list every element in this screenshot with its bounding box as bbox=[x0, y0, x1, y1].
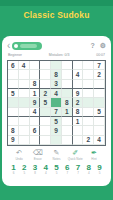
cell-r4c9[interactable] bbox=[94, 89, 105, 98]
numpad-key-5[interactable]: 55 bbox=[52, 163, 61, 176]
cell-r5c9[interactable] bbox=[94, 98, 105, 107]
cell-r3c1[interactable] bbox=[8, 80, 19, 89]
timer-label: 00:07 bbox=[96, 53, 105, 59]
number-pad: 162538445567778495 bbox=[2, 161, 111, 176]
cell-r8c2[interactable] bbox=[19, 126, 30, 135]
cell-r8c5[interactable]: 9 bbox=[51, 126, 62, 135]
status-bar bbox=[0, 0, 113, 6]
numpad-remaining-count: 8 bbox=[34, 172, 36, 176]
cell-r2c3[interactable] bbox=[30, 70, 41, 79]
difficulty-label: Beginner bbox=[8, 53, 22, 59]
undo-label: Undo bbox=[15, 157, 22, 161]
numpad-remaining-count: 5 bbox=[23, 172, 25, 176]
cell-r7c7[interactable]: 1 bbox=[73, 117, 84, 126]
game-info-row: Beginner Mistakes: 0/3 00:07 bbox=[2, 51, 111, 59]
toolbar: ↶Undo⌫Erase✎Notes✐Quick Note✒Hint bbox=[2, 146, 111, 161]
cell-r4c8[interactable] bbox=[83, 89, 94, 98]
cell-r6c2[interactable] bbox=[19, 108, 30, 117]
cell-r7c8[interactable] bbox=[83, 117, 94, 126]
numpad-key-7[interactable]: 77 bbox=[74, 163, 83, 176]
notes-button[interactable]: ✎Notes bbox=[49, 149, 65, 161]
cell-r7c4[interactable] bbox=[40, 117, 51, 126]
cell-r3c8[interactable] bbox=[83, 80, 94, 89]
cell-r8c6[interactable] bbox=[62, 126, 73, 135]
numpad-key-2[interactable]: 25 bbox=[20, 163, 29, 176]
cell-r7c1[interactable] bbox=[8, 117, 19, 126]
cell-r2c5[interactable]: 8 bbox=[51, 70, 62, 79]
cell-r8c7[interactable] bbox=[73, 126, 84, 135]
erase-icon: ⌫ bbox=[33, 149, 43, 157]
quick-note-icon: ✐ bbox=[72, 149, 78, 157]
cell-r1c9[interactable]: 7 bbox=[94, 61, 105, 70]
settings-gear-icon[interactable]: ⚙ bbox=[100, 42, 106, 50]
cell-r9c6[interactable] bbox=[62, 136, 73, 145]
cell-r3c6[interactable] bbox=[62, 80, 73, 89]
cell-r6c1[interactable] bbox=[8, 108, 19, 117]
numpad-key-9[interactable]: 95 bbox=[95, 163, 104, 176]
cell-r9c8[interactable]: 2 bbox=[83, 136, 94, 145]
cell-r4c5[interactable]: 4 bbox=[51, 89, 62, 98]
cell-r6c7[interactable]: 8 bbox=[73, 108, 84, 117]
progress-bar bbox=[20, 44, 37, 48]
cell-r5c7[interactable]: 2 bbox=[73, 98, 84, 107]
cell-r6c6[interactable]: 1 bbox=[62, 108, 73, 117]
cell-r5c8[interactable] bbox=[83, 98, 94, 107]
quick-note-label: Quick Note bbox=[68, 157, 83, 161]
undo-button[interactable]: ↶Undo bbox=[11, 149, 27, 161]
cell-r6c9[interactable]: 5 bbox=[94, 108, 105, 117]
cell-r8c8[interactable] bbox=[83, 126, 94, 135]
cell-r4c6[interactable] bbox=[62, 89, 73, 98]
cell-r9c2[interactable] bbox=[19, 136, 30, 145]
mistakes-label: Mistakes: 0/3 bbox=[49, 53, 70, 59]
cell-r7c6[interactable] bbox=[62, 117, 73, 126]
cell-r1c4[interactable] bbox=[40, 61, 51, 70]
card-header: ‹ ? ⚙ bbox=[2, 40, 111, 51]
help-icon[interactable]: ? bbox=[90, 42, 94, 50]
undo-icon: ↶ bbox=[16, 149, 22, 157]
numpad-remaining-count: 6 bbox=[13, 172, 15, 176]
cell-r9c5[interactable] bbox=[51, 136, 62, 145]
cell-r4c4[interactable]: 2 bbox=[40, 89, 51, 98]
numpad-remaining-count: 4 bbox=[88, 172, 90, 176]
numpad-remaining-count: 4 bbox=[45, 172, 47, 176]
cell-r3c9[interactable] bbox=[94, 80, 105, 89]
cell-r4c3[interactable]: 1 bbox=[30, 89, 41, 98]
hint-icon: ✒ bbox=[91, 149, 97, 157]
cell-r2c6[interactable] bbox=[62, 70, 73, 79]
numpad-key-1[interactable]: 16 bbox=[9, 163, 18, 176]
numpad-remaining-count: 7 bbox=[77, 172, 79, 176]
numpad-key-4[interactable]: 44 bbox=[41, 163, 50, 176]
cell-r2c9[interactable]: 2 bbox=[94, 70, 105, 79]
cell-r4c1[interactable]: 5 bbox=[8, 89, 19, 98]
cell-r2c4[interactable] bbox=[40, 70, 51, 79]
numpad-remaining-count: 5 bbox=[99, 172, 101, 176]
cell-r5c1[interactable] bbox=[8, 98, 19, 107]
cell-r8c1[interactable]: 8 bbox=[8, 126, 19, 135]
cell-r8c3[interactable]: 6 bbox=[30, 126, 41, 135]
cell-r5c4[interactable]: 5 bbox=[40, 98, 51, 107]
sudoku-board: 647842835124995824718551869924 bbox=[7, 60, 106, 146]
cell-r9c4[interactable] bbox=[40, 136, 51, 145]
cell-r1c3[interactable] bbox=[30, 61, 41, 70]
cell-r7c2[interactable] bbox=[19, 117, 30, 126]
cell-r3c5[interactable]: 3 bbox=[51, 80, 62, 89]
numpad-remaining-count: 5 bbox=[56, 172, 58, 176]
notes-label: Notes bbox=[53, 157, 61, 161]
level-progress-pill[interactable] bbox=[12, 42, 42, 50]
game-card: ‹ ? ⚙ Beginner Mistakes: 0/3 00:07 64784… bbox=[2, 36, 111, 186]
cell-r2c7[interactable]: 4 bbox=[73, 70, 84, 79]
cell-r1c7[interactable] bbox=[73, 61, 84, 70]
cell-r1c2[interactable]: 4 bbox=[19, 61, 30, 70]
notes-icon: ✎ bbox=[54, 149, 60, 157]
cell-r5c2[interactable] bbox=[19, 98, 30, 107]
cell-r8c9[interactable] bbox=[94, 126, 105, 135]
cell-r2c1[interactable] bbox=[8, 70, 19, 79]
cell-r7c9[interactable] bbox=[94, 117, 105, 126]
progress-dot-icon bbox=[14, 44, 18, 48]
cell-r1c8[interactable] bbox=[83, 61, 94, 70]
cell-r8c4[interactable] bbox=[40, 126, 51, 135]
cell-r9c3[interactable] bbox=[30, 136, 41, 145]
cell-r1c1[interactable]: 6 bbox=[8, 61, 19, 70]
numpad-key-6[interactable]: 67 bbox=[63, 163, 72, 176]
back-icon[interactable]: ‹ bbox=[7, 42, 10, 50]
erase-label: Erase bbox=[34, 157, 42, 161]
cell-r9c1[interactable]: 9 bbox=[8, 136, 19, 145]
numpad-key-3[interactable]: 38 bbox=[31, 163, 40, 176]
cell-r9c9[interactable]: 4 bbox=[94, 136, 105, 145]
cell-r1c5[interactable] bbox=[51, 61, 62, 70]
cell-r6c4[interactable] bbox=[40, 108, 51, 117]
cell-r4c2[interactable] bbox=[19, 89, 30, 98]
cell-r7c3[interactable] bbox=[30, 117, 41, 126]
quick-note-button[interactable]: ✐Quick Note bbox=[67, 149, 83, 161]
cell-r3c4[interactable] bbox=[40, 80, 51, 89]
cell-r2c8[interactable] bbox=[83, 70, 94, 79]
cell-r6c3[interactable]: 4 bbox=[30, 108, 41, 117]
numpad-remaining-count: 7 bbox=[66, 172, 68, 176]
cell-r5c6[interactable]: 8 bbox=[62, 98, 73, 107]
numpad-key-8[interactable]: 84 bbox=[84, 163, 93, 176]
cell-r6c5[interactable]: 7 bbox=[51, 108, 62, 117]
cell-r5c3[interactable]: 9 bbox=[30, 98, 41, 107]
app-screen: Classic Sudoku ‹ ? ⚙ Beginner Mistakes: … bbox=[0, 0, 113, 200]
cell-r1c6[interactable] bbox=[62, 61, 73, 70]
cell-r6c8[interactable] bbox=[83, 108, 94, 117]
page-title: Classic Sudoku bbox=[0, 10, 113, 20]
hint-label: Hint bbox=[91, 157, 96, 161]
cell-r3c7[interactable] bbox=[73, 80, 84, 89]
cell-r2c2[interactable] bbox=[19, 70, 30, 79]
cell-r5c5[interactable] bbox=[51, 98, 62, 107]
cell-r9c7[interactable] bbox=[73, 136, 84, 145]
cell-r4c7[interactable]: 9 bbox=[73, 89, 84, 98]
cell-r7c5[interactable]: 5 bbox=[51, 117, 62, 126]
cell-r3c2[interactable] bbox=[19, 80, 30, 89]
hint-button[interactable]: ✒Hint bbox=[86, 149, 102, 161]
erase-button[interactable]: ⌫Erase bbox=[30, 149, 46, 161]
cell-r3c3[interactable]: 8 bbox=[30, 80, 41, 89]
